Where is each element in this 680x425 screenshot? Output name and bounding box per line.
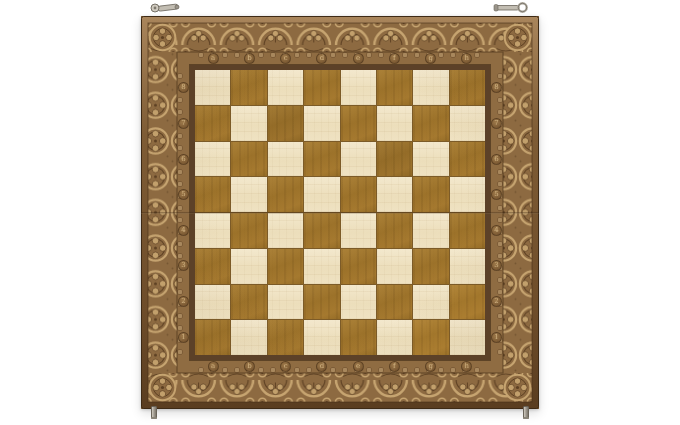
square-d8 <box>304 70 339 105</box>
rank-labels-right: 87654321 <box>490 70 503 355</box>
coord-label-a: a <box>208 53 219 64</box>
square-c8 <box>268 70 303 105</box>
square-b1 <box>231 320 266 355</box>
square-b6 <box>231 142 266 177</box>
coord-label-3: 3 <box>178 260 189 271</box>
coord-label-8: 8 <box>178 82 189 93</box>
square-g8 <box>413 70 448 105</box>
hinge-right-icon <box>493 1 529 14</box>
square-f7 <box>377 106 412 141</box>
square-a6 <box>195 142 230 177</box>
file-labels-top: abcdefgh <box>195 52 485 65</box>
squares-grid <box>195 70 485 355</box>
square-b5 <box>231 177 266 212</box>
square-h6 <box>450 142 485 177</box>
coord-label-2: 2 <box>178 296 189 307</box>
coord-label-d: d <box>316 361 327 372</box>
coord-label-f: f <box>389 361 400 372</box>
square-g4 <box>413 213 448 248</box>
coord-label-h: h <box>461 53 472 64</box>
foot-left-icon <box>151 406 157 419</box>
square-d7 <box>304 106 339 141</box>
square-e1 <box>341 320 376 355</box>
square-c5 <box>268 177 303 212</box>
coord-label-b: b <box>244 53 255 64</box>
square-f6 <box>377 142 412 177</box>
square-h2 <box>450 285 485 320</box>
square-f5 <box>377 177 412 212</box>
foot-right-icon <box>523 406 529 419</box>
square-g3 <box>413 249 448 284</box>
coord-label-c: c <box>280 361 291 372</box>
coord-label-7: 7 <box>178 118 189 129</box>
square-d4 <box>304 213 339 248</box>
square-d1 <box>304 320 339 355</box>
file-labels-bottom: abcdefgh <box>195 360 485 373</box>
chess-board: abcdefgh abcdefgh 87654321 87654321 <box>141 16 539 409</box>
square-b8 <box>231 70 266 105</box>
coord-label-1: 1 <box>178 332 189 343</box>
square-h4 <box>450 213 485 248</box>
square-c7 <box>268 106 303 141</box>
square-d3 <box>304 249 339 284</box>
square-e3 <box>341 249 376 284</box>
coord-label-e: e <box>353 53 364 64</box>
square-a7 <box>195 106 230 141</box>
square-d6 <box>304 142 339 177</box>
square-f3 <box>377 249 412 284</box>
square-f8 <box>377 70 412 105</box>
coord-label-g: g <box>425 361 436 372</box>
square-a2 <box>195 285 230 320</box>
square-d5 <box>304 177 339 212</box>
coord-label-1: 1 <box>491 332 502 343</box>
square-g5 <box>413 177 448 212</box>
coord-label-f: f <box>389 53 400 64</box>
coord-label-e: e <box>353 361 364 372</box>
square-a1 <box>195 320 230 355</box>
rank-labels-left: 87654321 <box>177 70 190 355</box>
square-e7 <box>341 106 376 141</box>
square-a5 <box>195 177 230 212</box>
square-g7 <box>413 106 448 141</box>
square-h8 <box>450 70 485 105</box>
coord-label-8: 8 <box>491 82 502 93</box>
coord-label-5: 5 <box>178 189 189 200</box>
hinge-left-icon <box>149 1 182 16</box>
square-g1 <box>413 320 448 355</box>
square-c2 <box>268 285 303 320</box>
coord-label-g: g <box>425 53 436 64</box>
square-d2 <box>304 285 339 320</box>
square-g2 <box>413 285 448 320</box>
coord-label-a: a <box>208 361 219 372</box>
square-c6 <box>268 142 303 177</box>
square-a8 <box>195 70 230 105</box>
square-f4 <box>377 213 412 248</box>
square-e2 <box>341 285 376 320</box>
square-h5 <box>450 177 485 212</box>
square-e5 <box>341 177 376 212</box>
square-h7 <box>450 106 485 141</box>
coord-label-6: 6 <box>491 154 502 165</box>
square-h1 <box>450 320 485 355</box>
square-e6 <box>341 142 376 177</box>
coord-label-d: d <box>316 53 327 64</box>
coord-label-h: h <box>461 361 472 372</box>
square-e8 <box>341 70 376 105</box>
product-photo: abcdefgh abcdefgh 87654321 87654321 <box>0 0 680 425</box>
square-b2 <box>231 285 266 320</box>
square-f1 <box>377 320 412 355</box>
square-a3 <box>195 249 230 284</box>
square-c4 <box>268 213 303 248</box>
square-a4 <box>195 213 230 248</box>
square-c3 <box>268 249 303 284</box>
square-g6 <box>413 142 448 177</box>
coord-label-7: 7 <box>491 118 502 129</box>
coord-label-4: 4 <box>178 225 189 236</box>
square-h3 <box>450 249 485 284</box>
square-c1 <box>268 320 303 355</box>
coord-label-5: 5 <box>491 189 502 200</box>
coord-label-b: b <box>244 361 255 372</box>
square-e4 <box>341 213 376 248</box>
coord-label-2: 2 <box>491 296 502 307</box>
coord-label-6: 6 <box>178 154 189 165</box>
square-b7 <box>231 106 266 141</box>
coord-label-4: 4 <box>491 225 502 236</box>
square-b4 <box>231 213 266 248</box>
coord-label-c: c <box>280 53 291 64</box>
coord-label-3: 3 <box>491 260 502 271</box>
square-b3 <box>231 249 266 284</box>
square-f2 <box>377 285 412 320</box>
